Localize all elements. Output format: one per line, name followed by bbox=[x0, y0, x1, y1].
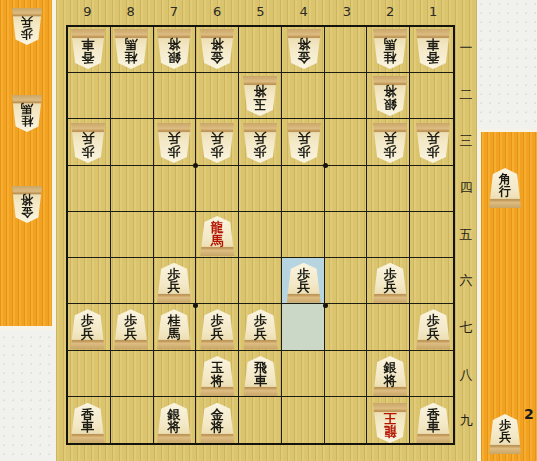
piece-kanji: 兵 bbox=[21, 16, 33, 28]
square-12[interactable] bbox=[410, 73, 453, 119]
piece-kanji: 馬 bbox=[168, 328, 181, 341]
square-62[interactable] bbox=[196, 73, 239, 119]
sente-piece-69[interactable]: 金将 bbox=[200, 403, 234, 443]
sente-piece-77[interactable]: 桂馬 bbox=[157, 309, 191, 349]
piece-kanji: 兵 bbox=[81, 328, 94, 341]
piece-kanji: 馬 bbox=[124, 38, 137, 51]
piece-kanji: 兵 bbox=[254, 132, 267, 145]
square-14[interactable] bbox=[410, 166, 453, 212]
square-83[interactable] bbox=[111, 119, 154, 165]
square-78[interactable] bbox=[154, 351, 197, 397]
piece-kanji: 兵 bbox=[81, 132, 94, 145]
square-82[interactable] bbox=[111, 73, 154, 119]
piece-kanji: 銀 bbox=[384, 98, 397, 111]
square-31[interactable] bbox=[325, 27, 368, 73]
square-84[interactable] bbox=[111, 166, 154, 212]
square-55[interactable] bbox=[239, 212, 282, 258]
square-25[interactable] bbox=[367, 212, 410, 258]
gote-captured-tray bbox=[0, 0, 56, 330]
sente-piece-99[interactable]: 香車 bbox=[71, 403, 105, 443]
gote-hand-桂馬[interactable]: 桂馬 bbox=[12, 95, 42, 132]
piece-kanji: 王 bbox=[384, 412, 397, 425]
sente-piece-97[interactable]: 歩兵 bbox=[71, 309, 105, 349]
square-33[interactable] bbox=[325, 119, 368, 165]
piece-kanji: 兵 bbox=[384, 281, 397, 294]
piece-kanji: 兵 bbox=[211, 132, 224, 145]
sente-hand-歩兵[interactable]: 歩兵 bbox=[489, 414, 521, 454]
square-85[interactable] bbox=[111, 212, 154, 258]
square-18[interactable] bbox=[410, 351, 453, 397]
piece-kanji: 桂 bbox=[384, 51, 397, 64]
square-94[interactable] bbox=[68, 166, 111, 212]
piece-kanji: 将 bbox=[211, 375, 224, 388]
square-38[interactable] bbox=[325, 351, 368, 397]
square-96[interactable] bbox=[68, 258, 111, 304]
piece-kanji: 歩 bbox=[211, 144, 224, 157]
piece-kanji: 歩 bbox=[21, 28, 33, 40]
square-36[interactable] bbox=[325, 258, 368, 304]
piece-kanji: 将 bbox=[211, 38, 224, 51]
piece-kanji: 兵 bbox=[211, 328, 224, 341]
piece-kanji: 車 bbox=[81, 38, 94, 51]
square-39[interactable] bbox=[325, 397, 368, 443]
piece-kanji: 桂 bbox=[124, 51, 137, 64]
piece-kanji: 車 bbox=[427, 421, 440, 434]
square-75[interactable] bbox=[154, 212, 197, 258]
piece-kanji: 歩 bbox=[297, 144, 310, 157]
square-45[interactable] bbox=[282, 212, 325, 258]
gote-piece-61[interactable]: 金将 bbox=[200, 29, 234, 69]
square-92[interactable] bbox=[68, 73, 111, 119]
sente-piece-19[interactable]: 香車 bbox=[416, 403, 450, 443]
square-95[interactable] bbox=[68, 212, 111, 258]
sente-piece-57[interactable]: 歩兵 bbox=[243, 309, 277, 349]
square-44[interactable] bbox=[282, 166, 325, 212]
gote-piece-43[interactable]: 歩兵 bbox=[287, 123, 321, 163]
gote-piece-73[interactable]: 歩兵 bbox=[157, 123, 191, 163]
piece-kanji: 将 bbox=[21, 194, 33, 206]
piece-kanji: 行 bbox=[499, 186, 511, 198]
piece-kanji: 龍 bbox=[384, 424, 397, 437]
piece-kanji: 兵 bbox=[124, 328, 137, 341]
square-56[interactable] bbox=[239, 258, 282, 304]
piece-kanji: 歩 bbox=[254, 144, 267, 157]
square-16[interactable] bbox=[410, 258, 453, 304]
sente-piece-46[interactable]: 歩兵 bbox=[287, 263, 321, 303]
sente-piece-87[interactable]: 歩兵 bbox=[114, 309, 148, 349]
sente-piece-67[interactable]: 歩兵 bbox=[200, 309, 234, 349]
piece-kanji: 兵 bbox=[168, 132, 181, 145]
piece-kanji: 車 bbox=[427, 38, 440, 51]
piece-kanji: 兵 bbox=[384, 132, 397, 145]
piece-kanji: 将 bbox=[384, 85, 397, 98]
piece-kanji: 車 bbox=[81, 421, 94, 434]
piece-kanji: 将 bbox=[168, 38, 181, 51]
gote-piece-63[interactable]: 歩兵 bbox=[200, 123, 234, 163]
gote-hand-金将[interactable]: 金将 bbox=[12, 186, 42, 223]
piece-kanji: 金 bbox=[21, 206, 33, 218]
square-89[interactable] bbox=[111, 397, 154, 443]
piece-kanji: 桂 bbox=[21, 115, 33, 127]
piece-kanji: 将 bbox=[297, 38, 310, 51]
piece-kanji: 歩 bbox=[384, 144, 397, 157]
piece-kanji: 馬 bbox=[21, 103, 33, 115]
square-35[interactable] bbox=[325, 212, 368, 258]
square-88[interactable] bbox=[111, 351, 154, 397]
square-47[interactable] bbox=[282, 304, 325, 350]
square-51[interactable] bbox=[239, 27, 282, 73]
square-42[interactable] bbox=[282, 73, 325, 119]
piece-kanji: 兵 bbox=[427, 132, 440, 145]
piece-kanji: 兵 bbox=[297, 281, 310, 294]
gote-piece-53[interactable]: 歩兵 bbox=[243, 123, 277, 163]
square-24[interactable] bbox=[367, 166, 410, 212]
piece-kanji: 香 bbox=[427, 51, 440, 64]
piece-kanji: 将 bbox=[254, 85, 267, 98]
square-64[interactable] bbox=[196, 166, 239, 212]
square-54[interactable] bbox=[239, 166, 282, 212]
gote-piece-21[interactable]: 桂馬 bbox=[373, 29, 407, 69]
piece-kanji: 馬 bbox=[211, 235, 224, 248]
piece-kanji: 兵 bbox=[499, 432, 511, 444]
sente-piece-65[interactable]: 龍馬 bbox=[200, 216, 234, 256]
piece-kanji: 歩 bbox=[168, 144, 181, 157]
shogi-app: 987654321一二三四五六七八九香車桂馬銀将金将金将桂馬香車玉将銀将歩兵歩兵… bbox=[0, 0, 537, 461]
square-32[interactable] bbox=[325, 73, 368, 119]
piece-kanji: 金 bbox=[297, 51, 310, 64]
piece-kanji: 銀 bbox=[168, 51, 181, 64]
gote-piece-81[interactable]: 桂馬 bbox=[114, 29, 148, 69]
gote-piece-93[interactable]: 歩兵 bbox=[71, 123, 105, 163]
piece-kanji: 香 bbox=[81, 51, 94, 64]
piece-kanji: 兵 bbox=[297, 132, 310, 145]
square-72[interactable] bbox=[154, 73, 197, 119]
square-34[interactable] bbox=[325, 166, 368, 212]
gote-hand-歩兵[interactable]: 歩兵 bbox=[12, 8, 42, 45]
square-86[interactable] bbox=[111, 258, 154, 304]
square-74[interactable] bbox=[154, 166, 197, 212]
sente-piece-28[interactable]: 銀将 bbox=[373, 356, 407, 396]
sente-piece-76[interactable]: 歩兵 bbox=[157, 263, 191, 303]
piece-kanji: 馬 bbox=[384, 38, 397, 51]
piece-kanji: 将 bbox=[168, 421, 181, 434]
piece-kanji: 玉 bbox=[254, 98, 267, 111]
gote-piece-52[interactable]: 玉将 bbox=[243, 76, 277, 116]
sente-piece-17[interactable]: 歩兵 bbox=[416, 309, 450, 349]
piece-kanji: 将 bbox=[384, 375, 397, 388]
piece-kanji: 金 bbox=[211, 51, 224, 64]
square-66[interactable] bbox=[196, 258, 239, 304]
square-49[interactable] bbox=[282, 397, 325, 443]
piece-kanji: 兵 bbox=[254, 328, 267, 341]
gote-piece-29[interactable]: 龍王 bbox=[373, 403, 407, 443]
square-27[interactable] bbox=[367, 304, 410, 350]
square-98[interactable] bbox=[68, 351, 111, 397]
square-59[interactable] bbox=[239, 397, 282, 443]
piece-kanji: 兵 bbox=[168, 281, 181, 294]
gote-piece-13[interactable]: 歩兵 bbox=[416, 123, 450, 163]
gote-piece-71[interactable]: 銀将 bbox=[157, 29, 191, 69]
sente-hand-角行[interactable]: 角行 bbox=[489, 168, 521, 208]
piece-kanji: 歩 bbox=[427, 144, 440, 157]
gote-piece-41[interactable]: 金将 bbox=[287, 29, 321, 69]
sente-piece-58[interactable]: 飛車 bbox=[243, 356, 277, 396]
gote-piece-23[interactable]: 歩兵 bbox=[373, 123, 407, 163]
piece-kanji: 兵 bbox=[427, 328, 440, 341]
piece-kanji: 車 bbox=[254, 375, 267, 388]
square-48[interactable] bbox=[282, 351, 325, 397]
square-15[interactable] bbox=[410, 212, 453, 258]
piece-kanji: 歩 bbox=[81, 144, 94, 157]
gote-piece-22[interactable]: 銀将 bbox=[373, 76, 407, 116]
sente-piece-26[interactable]: 歩兵 bbox=[373, 263, 407, 303]
sente-piece-79[interactable]: 銀将 bbox=[157, 403, 191, 443]
sente-piece-68[interactable]: 玉将 bbox=[200, 356, 234, 396]
piece-kanji: 将 bbox=[211, 421, 224, 434]
square-37[interactable] bbox=[325, 304, 368, 350]
